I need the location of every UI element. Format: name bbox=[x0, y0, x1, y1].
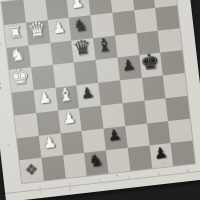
board-square bbox=[168, 118, 192, 143]
black-pawn: ♟ bbox=[80, 85, 96, 102]
board-square: ♛ bbox=[71, 38, 95, 63]
white-pawn: ♟ bbox=[61, 110, 77, 127]
board-square bbox=[171, 141, 195, 166]
board-square bbox=[163, 73, 187, 98]
board-square bbox=[122, 100, 146, 125]
black-pawn: ♟ bbox=[107, 128, 123, 145]
board-square: ♞ bbox=[84, 151, 108, 176]
white-rook: ♜ bbox=[7, 24, 24, 42]
board-square: ♝ bbox=[93, 35, 117, 60]
board-square: ♟ bbox=[149, 143, 173, 168]
board-square: ♚ bbox=[9, 68, 33, 93]
board-square: ♟ bbox=[39, 133, 63, 158]
board-square: ♟ bbox=[103, 126, 127, 151]
black-knight: ♞ bbox=[87, 151, 105, 170]
board-square bbox=[36, 110, 60, 135]
board-square: ❖ bbox=[19, 158, 43, 183]
board-square: ♟ bbox=[33, 88, 57, 113]
board-square bbox=[28, 43, 52, 68]
board-square: ♛ bbox=[26, 20, 50, 45]
corner-emblem-icon: ❖ bbox=[24, 162, 39, 178]
black-king: ♚ bbox=[139, 51, 161, 75]
chess-board-photo: US CHESS ♟♜♛♟♞♞♛♝♚♟♚♟♝♟♟♟♟❖♞♟ 1 2 3 4 5 … bbox=[0, 0, 200, 200]
board-square bbox=[12, 90, 36, 115]
white-knight: ♞ bbox=[9, 46, 27, 65]
board-square bbox=[125, 123, 149, 148]
white-queen: ♛ bbox=[26, 19, 47, 41]
board-square bbox=[79, 105, 103, 130]
board-square: ♟ bbox=[47, 17, 71, 42]
board-square: ♚ bbox=[139, 53, 163, 78]
board-square: ♟ bbox=[58, 108, 82, 133]
board-square bbox=[141, 75, 165, 100]
board-grid: ♟♜♛♟♞♞♛♝♚♟♚♟♝♟♟♟♟❖♞♟ bbox=[1, 0, 194, 183]
board-square bbox=[106, 148, 130, 173]
board-square bbox=[74, 60, 98, 85]
board-square bbox=[63, 153, 87, 178]
board-square bbox=[98, 80, 122, 105]
board-square bbox=[112, 10, 136, 35]
white-pawn: ♟ bbox=[70, 0, 86, 11]
board-square bbox=[41, 156, 65, 181]
board-square bbox=[17, 135, 41, 160]
board-square bbox=[134, 8, 158, 33]
board-square bbox=[158, 28, 182, 53]
black-pawn: ♟ bbox=[153, 145, 169, 162]
white-pawn: ♟ bbox=[37, 90, 53, 107]
board-square bbox=[1, 0, 25, 25]
board-square bbox=[147, 121, 171, 146]
white-pawn: ♟ bbox=[51, 20, 67, 37]
board-square bbox=[144, 98, 168, 123]
board-square bbox=[60, 130, 84, 155]
board-square bbox=[160, 50, 184, 75]
board-square bbox=[50, 40, 74, 65]
board-square bbox=[31, 65, 55, 90]
board-square bbox=[14, 113, 38, 138]
white-king: ♚ bbox=[9, 66, 31, 90]
board-square bbox=[166, 96, 190, 121]
black-queen: ♛ bbox=[72, 36, 93, 58]
board-square: ♟ bbox=[117, 55, 141, 80]
board-square: ♝ bbox=[55, 85, 79, 110]
board-square bbox=[128, 146, 152, 171]
white-pawn: ♟ bbox=[42, 135, 58, 152]
black-pawn: ♟ bbox=[121, 57, 137, 74]
board-square: ♟ bbox=[77, 83, 101, 108]
board-square bbox=[96, 58, 120, 83]
board-square bbox=[101, 103, 125, 128]
black-bishop: ♝ bbox=[95, 35, 114, 55]
black-knight: ♞ bbox=[71, 16, 89, 35]
board-square bbox=[155, 5, 179, 30]
board-square bbox=[120, 78, 144, 103]
white-bishop: ♝ bbox=[57, 85, 76, 105]
board-square bbox=[115, 33, 139, 58]
board-brand-text: US CHESS bbox=[0, 52, 3, 92]
